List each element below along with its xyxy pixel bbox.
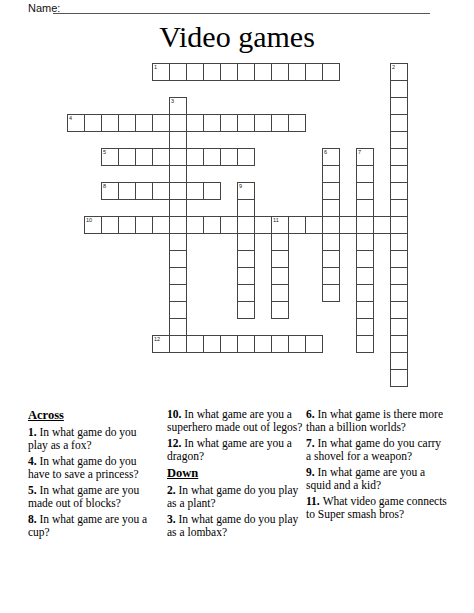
grid-cell[interactable]	[135, 114, 153, 132]
clue-column: Across1. In what game do you play as a f…	[28, 408, 159, 542]
grid-cell[interactable]	[169, 335, 187, 353]
grid-cell[interactable]	[186, 114, 204, 132]
grid-cell[interactable]	[390, 216, 408, 234]
clue-number-label: 5.	[28, 484, 40, 496]
clue-3: 3. In what game do you play as a lombax?	[167, 513, 304, 539]
grid-cell[interactable]	[203, 335, 221, 353]
grid-cell[interactable]	[135, 182, 153, 200]
grid-cell[interactable]	[322, 267, 340, 285]
grid-cell[interactable]	[101, 216, 119, 234]
grid-cell[interactable]	[390, 131, 408, 149]
clue-number: 8	[103, 183, 106, 190]
grid-cell[interactable]	[237, 216, 255, 234]
grid-cell[interactable]	[186, 216, 204, 234]
grid-cell[interactable]	[356, 335, 374, 353]
clue-2: 2. In what game do you play as a plant?	[167, 484, 304, 510]
clue-number-label: 7.	[306, 437, 318, 449]
grid-cell[interactable]	[135, 148, 153, 166]
grid-cell[interactable]	[356, 301, 374, 319]
clue-number: 9	[239, 183, 242, 190]
grid-cell[interactable]	[322, 233, 340, 251]
grid-cell[interactable]	[152, 216, 170, 234]
crossword-grid: 123456789101112	[67, 63, 408, 387]
grid-cell[interactable]	[356, 318, 374, 336]
grid-cell[interactable]: 12	[152, 335, 170, 353]
grid-cell[interactable]	[135, 216, 153, 234]
clue-number-label: 4.	[28, 455, 40, 467]
page-title: Video games	[0, 20, 474, 53]
grid-cell[interactable]	[356, 233, 374, 251]
grid-cell[interactable]	[390, 267, 408, 285]
grid-cell[interactable]	[186, 335, 204, 353]
grid-cell[interactable]	[237, 148, 255, 166]
clue-number: 2	[392, 64, 395, 71]
grid-cell[interactable]	[322, 182, 340, 200]
grid-cell[interactable]	[390, 148, 408, 166]
grid-cell[interactable]	[101, 114, 119, 132]
grid-cell[interactable]: 10	[84, 216, 102, 234]
grid-cell[interactable]	[237, 233, 255, 251]
clue-number-label: 2.	[167, 484, 179, 496]
grid-cell[interactable]	[305, 63, 323, 81]
clue-number: 4	[69, 115, 72, 122]
clue-number-label: 9.	[306, 466, 318, 478]
grid-cell[interactable]	[118, 182, 136, 200]
clue-10: 10. In what game are you a superhero mad…	[167, 408, 304, 434]
clue-number: 10	[86, 217, 92, 224]
grid-cell[interactable]	[271, 284, 289, 302]
grid-cell[interactable]	[169, 267, 187, 285]
grid-cell[interactable]	[237, 114, 255, 132]
clue-number-label: 1.	[28, 426, 40, 438]
grid-cell[interactable]: 8	[101, 182, 119, 200]
grid-cell[interactable]	[186, 63, 204, 81]
clue-column: 10. In what game are you a superhero mad…	[167, 408, 304, 542]
grid-cell[interactable]	[305, 216, 323, 234]
grid-cell[interactable]	[237, 284, 255, 302]
clue-9: 9. In what game are you a squid and a ki…	[306, 466, 447, 492]
grid-cell[interactable]	[356, 165, 374, 183]
grid-cell[interactable]	[356, 199, 374, 217]
grid-cell[interactable]: 7	[356, 148, 374, 166]
grid-cell[interactable]	[254, 63, 272, 81]
grid-cell[interactable]	[356, 267, 374, 285]
grid-cell[interactable]	[84, 114, 102, 132]
grid-cell[interactable]	[254, 335, 272, 353]
grid-cell[interactable]	[237, 250, 255, 268]
clue-number: 5	[103, 149, 106, 156]
clue-6: 6. In what game is there more than a bil…	[306, 408, 447, 434]
worksheet-page: Name: Video games 123456789101112 Across…	[0, 0, 474, 613]
grid-cell[interactable]	[390, 318, 408, 336]
grid-cell[interactable]	[322, 216, 340, 234]
clue-5: 5. In what game are you made out of bloc…	[28, 484, 159, 510]
grid-cell[interactable]	[271, 335, 289, 353]
grid-cell[interactable]	[169, 284, 187, 302]
grid-cell[interactable]: 9	[237, 182, 255, 200]
grid-cell[interactable]	[390, 114, 408, 132]
clue-8: 8. In what game are you a cup?	[28, 513, 159, 539]
grid-cell[interactable]	[390, 97, 408, 115]
grid-cell[interactable]	[169, 63, 187, 81]
clue-number-label: 8.	[28, 513, 40, 525]
grid-cell[interactable]	[220, 335, 238, 353]
grid-cell[interactable]: 5	[101, 148, 119, 166]
grid-cell[interactable]	[254, 114, 272, 132]
clue-number-label: 3.	[167, 513, 179, 525]
clue-number-label: 10.	[167, 408, 184, 420]
grid-cell[interactable]	[390, 301, 408, 319]
grid-cell[interactable]	[152, 182, 170, 200]
grid-cell[interactable]	[271, 267, 289, 285]
grid-cell[interactable]	[237, 301, 255, 319]
grid-cell[interactable]	[169, 199, 187, 217]
grid-cell[interactable]	[237, 63, 255, 81]
clue-number-label: 11.	[306, 495, 323, 507]
grid-cell[interactable]	[118, 148, 136, 166]
grid-cell[interactable]	[322, 250, 340, 268]
grid-cell[interactable]	[356, 284, 374, 302]
clue-number: 12	[154, 336, 160, 343]
clues-heading-down: Down	[167, 466, 304, 480]
grid-cell[interactable]: 6	[322, 148, 340, 166]
grid-cell[interactable]	[203, 114, 221, 132]
clue-11: 11. What video game connects to Super sm…	[306, 495, 447, 521]
grid-cell[interactable]	[169, 301, 187, 319]
grid-cell[interactable]	[169, 233, 187, 251]
grid-cell[interactable]	[203, 63, 221, 81]
grid-cell[interactable]	[390, 250, 408, 268]
grid-cell[interactable]	[220, 216, 238, 234]
grid-cell[interactable]	[169, 318, 187, 336]
grid-cell[interactable]: 4	[67, 114, 85, 132]
grid-cell[interactable]: 3	[169, 97, 187, 115]
grid-cell[interactable]	[322, 165, 340, 183]
grid-cell[interactable]	[186, 182, 204, 200]
grid-cell[interactable]	[118, 216, 136, 234]
clue-number-label: 6.	[306, 408, 318, 420]
grid-cell[interactable]: 2	[390, 63, 408, 81]
grid-cell[interactable]	[390, 80, 408, 98]
clue-column: 6. In what game is there more than a bil…	[306, 408, 447, 524]
grid-cell[interactable]	[390, 284, 408, 302]
grid-cell[interactable]	[322, 63, 340, 81]
grid-cell[interactable]	[322, 199, 340, 217]
grid-cell[interactable]	[288, 63, 306, 81]
grid-cell[interactable]	[118, 114, 136, 132]
grid-cell[interactable]	[339, 216, 357, 234]
grid-cell[interactable]	[288, 335, 306, 353]
grid-cell[interactable]	[271, 114, 289, 132]
grid-cell[interactable]	[356, 182, 374, 200]
grid-cell[interactable]	[356, 216, 374, 234]
grid-cell[interactable]	[203, 182, 221, 200]
grid-cell[interactable]	[152, 114, 170, 132]
grid-cell[interactable]	[203, 148, 221, 166]
grid-cell[interactable]	[390, 199, 408, 217]
clue-number: 6	[324, 149, 327, 156]
clue-4: 4. In what game do you have to save a pr…	[28, 455, 159, 481]
grid-cell[interactable]	[186, 148, 204, 166]
grid-cell[interactable]	[305, 335, 323, 353]
grid-cell[interactable]	[220, 148, 238, 166]
grid-cell[interactable]	[169, 131, 187, 149]
clue-number: 3	[171, 98, 174, 105]
grid-cell[interactable]	[169, 250, 187, 268]
clue-12: 12. In what game are you a dragon?	[167, 437, 304, 463]
grid-cell[interactable]	[220, 114, 238, 132]
grid-cell[interactable]	[169, 148, 187, 166]
grid-cell[interactable]	[390, 369, 408, 387]
grid-cell[interactable]	[271, 250, 289, 268]
grid-cell[interactable]	[254, 216, 272, 234]
grid-cell[interactable]	[169, 165, 187, 183]
grid-cell[interactable]	[390, 165, 408, 183]
grid-cell[interactable]	[237, 267, 255, 285]
clue-number: 7	[358, 149, 361, 156]
clue-number: 11	[273, 217, 279, 224]
grid-cell[interactable]	[390, 182, 408, 200]
clue-1: 1. In what game do you play as a fox?	[28, 426, 159, 452]
clue-number: 1	[154, 64, 157, 71]
grid-cell[interactable]	[288, 216, 306, 234]
grid-cell[interactable]	[152, 148, 170, 166]
grid-cell[interactable]	[237, 335, 255, 353]
grid-cell[interactable]	[390, 335, 408, 353]
grid-cell[interactable]	[203, 216, 221, 234]
name-blank-line	[53, 13, 430, 14]
grid-cell[interactable]	[271, 63, 289, 81]
grid-cell[interactable]	[322, 284, 340, 302]
grid-cell[interactable]	[220, 63, 238, 81]
grid-cell[interactable]	[169, 114, 187, 132]
clues-heading-across: Across	[28, 408, 159, 422]
grid-cell[interactable]	[288, 114, 306, 132]
grid-cell[interactable]	[271, 301, 289, 319]
grid-cell[interactable]	[390, 233, 408, 251]
grid-cell[interactable]	[356, 250, 374, 268]
grid-cell[interactable]	[169, 216, 187, 234]
grid-cell[interactable]: 11	[271, 216, 289, 234]
grid-cell[interactable]	[169, 182, 187, 200]
grid-cell[interactable]	[271, 233, 289, 251]
grid-cell[interactable]	[373, 216, 391, 234]
grid-cell[interactable]	[237, 199, 255, 217]
clue-number-label: 12.	[167, 437, 184, 449]
grid-cell[interactable]: 1	[152, 63, 170, 81]
clue-7: 7. In what game do you carry a shovel fo…	[306, 437, 447, 463]
grid-cell[interactable]	[390, 352, 408, 370]
